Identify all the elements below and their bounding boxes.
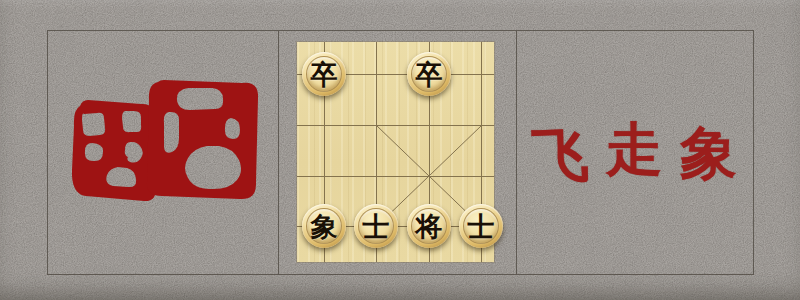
piece-glyph: 象	[311, 213, 338, 240]
piece-glyph: 卒	[416, 61, 443, 88]
piece-black-soldier[interactable]: 卒	[407, 52, 451, 96]
title-char: 走	[606, 121, 663, 178]
piece-black-elephant[interactable]: 象	[302, 204, 346, 248]
piece-glyph: 卒	[311, 61, 338, 88]
piece-black-soldier[interactable]: 卒	[302, 52, 346, 96]
piece-black-advisor[interactable]: 士	[354, 204, 398, 248]
piece-glyph: 将	[416, 213, 443, 240]
cell-divider-left	[278, 31, 279, 274]
xiangqi-board[interactable]: 卒 卒 象 士 将 士	[297, 42, 494, 262]
title-card: 卒 卒 象 士 将 士 飞 走 象	[0, 0, 800, 300]
piece-glyph: 士	[468, 213, 495, 240]
piece-black-general[interactable]: 将	[407, 204, 451, 248]
page-title: 飞 走 象	[516, 30, 752, 273]
title-char: 象	[679, 125, 737, 183]
piece-black-advisor[interactable]: 士	[459, 204, 503, 248]
seal-stamp-graphic	[72, 78, 258, 202]
piece-glyph: 士	[363, 213, 390, 240]
title-char: 飞	[531, 126, 590, 185]
